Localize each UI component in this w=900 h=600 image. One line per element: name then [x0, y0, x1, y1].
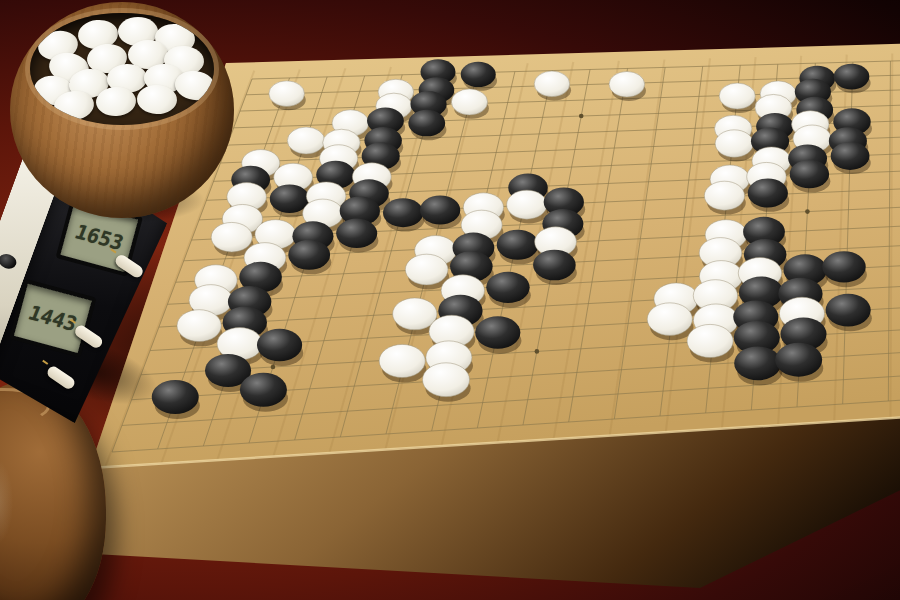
clock-bottom-time: 1443 [25, 301, 81, 336]
bowl-opening [30, 13, 214, 125]
photo-scene: 1653 1443 [0, 0, 900, 600]
white-stone-bowl [10, 2, 234, 218]
bowl-white-stone [96, 86, 137, 117]
bowl-sheen [0, 442, 20, 562]
bowl-white-stone [136, 84, 177, 114]
